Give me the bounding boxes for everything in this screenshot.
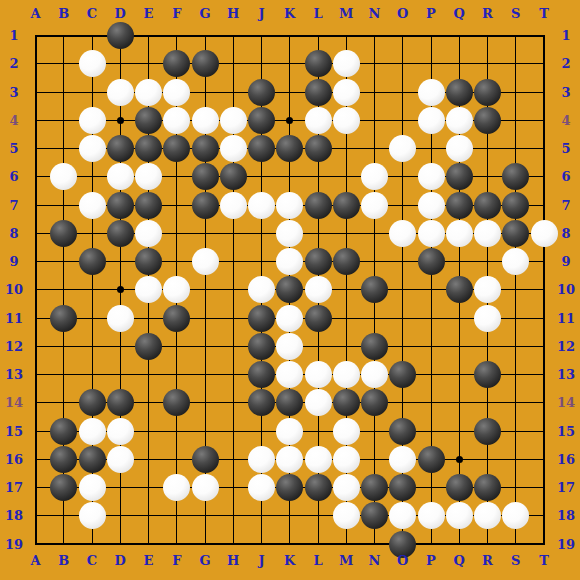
- coord-col-bottom-P: P: [421, 553, 441, 568]
- stone-white-K8[interactable]: [276, 220, 303, 247]
- coord-row-right-9: 9: [553, 254, 579, 269]
- hoshi-D10: [117, 286, 124, 293]
- stone-white-P18[interactable]: [418, 502, 445, 529]
- coord-col-top-H: H: [223, 6, 243, 21]
- stone-black-H6[interactable]: [220, 163, 247, 190]
- coord-col-bottom-C: C: [82, 553, 102, 568]
- stone-black-P16[interactable]: [418, 446, 445, 473]
- stone-white-P4[interactable]: [418, 107, 445, 134]
- stone-white-K12[interactable]: [276, 333, 303, 360]
- stone-black-Q7[interactable]: [446, 192, 473, 219]
- stone-white-F17[interactable]: [163, 474, 190, 501]
- coord-col-bottom-D: D: [110, 553, 130, 568]
- stone-black-B11[interactable]: [50, 305, 77, 332]
- coord-col-top-L: L: [308, 6, 328, 21]
- coord-row-right-2: 2: [553, 56, 579, 71]
- stone-black-B16[interactable]: [50, 446, 77, 473]
- stone-white-D16[interactable]: [107, 446, 134, 473]
- hoshi-K4: [286, 117, 293, 124]
- coord-row-left-19: 19: [1, 537, 27, 552]
- stone-black-R4[interactable]: [474, 107, 501, 134]
- stone-black-G7[interactable]: [192, 192, 219, 219]
- coord-row-right-19: 19: [553, 537, 579, 552]
- coord-row-right-7: 7: [553, 198, 579, 213]
- stone-black-L2[interactable]: [305, 50, 332, 77]
- stone-white-J10[interactable]: [248, 276, 275, 303]
- coord-col-top-G: G: [195, 6, 215, 21]
- stone-white-D15[interactable]: [107, 418, 134, 445]
- stone-white-M3[interactable]: [333, 79, 360, 106]
- stone-black-J12[interactable]: [248, 333, 275, 360]
- coord-row-right-6: 6: [553, 169, 579, 184]
- stone-white-R18[interactable]: [474, 502, 501, 529]
- coord-col-bottom-Q: Q: [449, 553, 469, 568]
- stone-white-L4[interactable]: [305, 107, 332, 134]
- coord-col-top-C: C: [82, 6, 102, 21]
- stone-black-G16[interactable]: [192, 446, 219, 473]
- coord-row-right-3: 3: [553, 85, 579, 100]
- coord-col-top-N: N: [365, 6, 385, 21]
- hoshi-D4: [117, 117, 124, 124]
- stone-black-O13[interactable]: [389, 361, 416, 388]
- stone-black-C14[interactable]: [79, 389, 106, 416]
- coord-col-top-B: B: [54, 6, 74, 21]
- coord-row-left-8: 8: [1, 226, 27, 241]
- coord-row-left-13: 13: [1, 367, 27, 382]
- stone-black-L7[interactable]: [305, 192, 332, 219]
- stone-black-J5[interactable]: [248, 135, 275, 162]
- stone-black-N17[interactable]: [361, 474, 388, 501]
- stone-black-K5[interactable]: [276, 135, 303, 162]
- stone-black-L11[interactable]: [305, 305, 332, 332]
- stone-white-Q5[interactable]: [446, 135, 473, 162]
- grid-horizontal-line: [35, 543, 546, 545]
- stone-white-R8[interactable]: [474, 220, 501, 247]
- stone-white-C17[interactable]: [79, 474, 106, 501]
- stone-black-P9[interactable]: [418, 248, 445, 275]
- coord-col-top-F: F: [167, 6, 187, 21]
- coord-row-left-15: 15: [1, 424, 27, 439]
- stone-white-K15[interactable]: [276, 418, 303, 445]
- stone-white-E6[interactable]: [135, 163, 162, 190]
- stone-white-G17[interactable]: [192, 474, 219, 501]
- coord-row-left-4: 4: [1, 113, 27, 128]
- grid-vertical-line: [515, 35, 516, 546]
- stone-black-R17[interactable]: [474, 474, 501, 501]
- grid-vertical-line: [543, 35, 545, 546]
- stone-black-L3[interactable]: [305, 79, 332, 106]
- stone-black-F5[interactable]: [163, 135, 190, 162]
- stone-white-N6[interactable]: [361, 163, 388, 190]
- stone-black-N10[interactable]: [361, 276, 388, 303]
- stone-black-Q6[interactable]: [446, 163, 473, 190]
- stone-white-C15[interactable]: [79, 418, 106, 445]
- stone-black-J13[interactable]: [248, 361, 275, 388]
- coord-row-right-13: 13: [553, 367, 579, 382]
- stone-white-P8[interactable]: [418, 220, 445, 247]
- stone-white-P6[interactable]: [418, 163, 445, 190]
- coord-row-right-14: 14: [553, 395, 579, 410]
- stone-black-L9[interactable]: [305, 248, 332, 275]
- stone-black-K14[interactable]: [276, 389, 303, 416]
- stone-white-E3[interactable]: [135, 79, 162, 106]
- stone-white-O5[interactable]: [389, 135, 416, 162]
- stone-white-Q18[interactable]: [446, 502, 473, 529]
- stone-black-B17[interactable]: [50, 474, 77, 501]
- stone-black-Q17[interactable]: [446, 474, 473, 501]
- stone-black-C16[interactable]: [79, 446, 106, 473]
- coord-row-left-6: 6: [1, 169, 27, 184]
- stone-white-L16[interactable]: [305, 446, 332, 473]
- coord-row-left-3: 3: [1, 85, 27, 100]
- stone-white-D3[interactable]: [107, 79, 134, 106]
- stone-white-N13[interactable]: [361, 361, 388, 388]
- stone-white-G4[interactable]: [192, 107, 219, 134]
- coord-row-left-7: 7: [1, 198, 27, 213]
- stone-white-J17[interactable]: [248, 474, 275, 501]
- coord-row-left-14: 14: [1, 395, 27, 410]
- stone-white-C18[interactable]: [79, 502, 106, 529]
- stone-black-L5[interactable]: [305, 135, 332, 162]
- stone-black-L17[interactable]: [305, 474, 332, 501]
- coord-row-right-17: 17: [553, 480, 579, 495]
- stone-black-N14[interactable]: [361, 389, 388, 416]
- coord-col-bottom-R: R: [478, 553, 498, 568]
- stone-black-J4[interactable]: [248, 107, 275, 134]
- stone-black-E9[interactable]: [135, 248, 162, 275]
- stone-white-C5[interactable]: [79, 135, 106, 162]
- coord-col-top-T: T: [534, 6, 554, 21]
- coord-col-top-Q: Q: [449, 6, 469, 21]
- stone-black-K17[interactable]: [276, 474, 303, 501]
- stone-black-J3[interactable]: [248, 79, 275, 106]
- stone-black-E7[interactable]: [135, 192, 162, 219]
- stone-white-M13[interactable]: [333, 361, 360, 388]
- stone-black-S6[interactable]: [502, 163, 529, 190]
- coord-row-right-18: 18: [553, 508, 579, 523]
- coord-row-right-10: 10: [553, 282, 579, 297]
- coord-row-right-16: 16: [553, 452, 579, 467]
- stone-white-M17[interactable]: [333, 474, 360, 501]
- stone-black-E5[interactable]: [135, 135, 162, 162]
- stone-black-E4[interactable]: [135, 107, 162, 134]
- stone-white-M15[interactable]: [333, 418, 360, 445]
- coord-col-bottom-M: M: [336, 553, 356, 568]
- stone-white-K9[interactable]: [276, 248, 303, 275]
- coord-row-left-16: 16: [1, 452, 27, 467]
- stone-black-B15[interactable]: [50, 418, 77, 445]
- stone-white-Q8[interactable]: [446, 220, 473, 247]
- stone-white-P7[interactable]: [418, 192, 445, 219]
- stone-white-K16[interactable]: [276, 446, 303, 473]
- stone-white-C2[interactable]: [79, 50, 106, 77]
- coord-row-right-15: 15: [553, 424, 579, 439]
- stone-black-N12[interactable]: [361, 333, 388, 360]
- coord-col-bottom-H: H: [223, 553, 243, 568]
- stone-white-O18[interactable]: [389, 502, 416, 529]
- stone-black-B8[interactable]: [50, 220, 77, 247]
- stone-black-F2[interactable]: [163, 50, 190, 77]
- stone-white-D6[interactable]: [107, 163, 134, 190]
- stone-black-N18[interactable]: [361, 502, 388, 529]
- coord-col-top-E: E: [139, 6, 159, 21]
- coord-col-bottom-L: L: [308, 553, 328, 568]
- stone-black-F14[interactable]: [163, 389, 190, 416]
- coord-col-top-S: S: [506, 6, 526, 21]
- stone-white-M4[interactable]: [333, 107, 360, 134]
- stone-white-C4[interactable]: [79, 107, 106, 134]
- stone-white-S18[interactable]: [502, 502, 529, 529]
- coord-col-bottom-N: N: [365, 553, 385, 568]
- stone-black-D5[interactable]: [107, 135, 134, 162]
- coord-col-top-P: P: [421, 6, 441, 21]
- stone-black-G5[interactable]: [192, 135, 219, 162]
- coord-col-bottom-F: F: [167, 553, 187, 568]
- stone-black-O15[interactable]: [389, 418, 416, 445]
- coord-col-bottom-O: O: [393, 553, 413, 568]
- stone-black-C9[interactable]: [79, 248, 106, 275]
- stone-black-R3[interactable]: [474, 79, 501, 106]
- stone-black-M9[interactable]: [333, 248, 360, 275]
- coord-col-top-M: M: [336, 6, 356, 21]
- stone-black-D1[interactable]: [107, 22, 134, 49]
- stone-white-M16[interactable]: [333, 446, 360, 473]
- stone-white-C7[interactable]: [79, 192, 106, 219]
- stone-black-G6[interactable]: [192, 163, 219, 190]
- stone-black-D7[interactable]: [107, 192, 134, 219]
- stone-white-L10[interactable]: [305, 276, 332, 303]
- stone-white-B6[interactable]: [50, 163, 77, 190]
- coord-col-bottom-G: G: [195, 553, 215, 568]
- stone-white-F4[interactable]: [163, 107, 190, 134]
- stone-white-K7[interactable]: [276, 192, 303, 219]
- stone-black-Q3[interactable]: [446, 79, 473, 106]
- stone-black-Q10[interactable]: [446, 276, 473, 303]
- stone-black-R15[interactable]: [474, 418, 501, 445]
- stone-black-S7[interactable]: [502, 192, 529, 219]
- coord-row-right-11: 11: [553, 311, 579, 326]
- stone-white-E10[interactable]: [135, 276, 162, 303]
- coord-row-left-17: 17: [1, 480, 27, 495]
- coord-row-left-10: 10: [1, 282, 27, 297]
- stone-white-R11[interactable]: [474, 305, 501, 332]
- stone-black-E12[interactable]: [135, 333, 162, 360]
- stone-white-L14[interactable]: [305, 389, 332, 416]
- coord-col-bottom-E: E: [139, 553, 159, 568]
- stone-black-R13[interactable]: [474, 361, 501, 388]
- stone-white-N7[interactable]: [361, 192, 388, 219]
- coord-col-top-O: O: [393, 6, 413, 21]
- stone-white-F10[interactable]: [163, 276, 190, 303]
- stone-white-G9[interactable]: [192, 248, 219, 275]
- stone-black-M7[interactable]: [333, 192, 360, 219]
- stone-white-M2[interactable]: [333, 50, 360, 77]
- stone-white-H4[interactable]: [220, 107, 247, 134]
- coord-col-bottom-J: J: [252, 553, 272, 568]
- hoshi-Q16: [456, 456, 463, 463]
- coord-col-bottom-A: A: [26, 553, 46, 568]
- coord-row-left-12: 12: [1, 339, 27, 354]
- stone-black-M14[interactable]: [333, 389, 360, 416]
- coord-row-right-4: 4: [553, 113, 579, 128]
- stone-white-D11[interactable]: [107, 305, 134, 332]
- coord-col-bottom-K: K: [280, 553, 300, 568]
- coord-row-left-5: 5: [1, 141, 27, 156]
- stone-white-S9[interactable]: [502, 248, 529, 275]
- coord-col-bottom-B: B: [54, 553, 74, 568]
- stone-black-O17[interactable]: [389, 474, 416, 501]
- stone-black-D8[interactable]: [107, 220, 134, 247]
- stone-white-K11[interactable]: [276, 305, 303, 332]
- coord-row-left-11: 11: [1, 311, 27, 326]
- stone-black-G2[interactable]: [192, 50, 219, 77]
- coord-col-top-R: R: [478, 6, 498, 21]
- stone-white-H7[interactable]: [220, 192, 247, 219]
- coord-col-bottom-T: T: [534, 553, 554, 568]
- stone-black-D14[interactable]: [107, 389, 134, 416]
- coord-col-top-K: K: [280, 6, 300, 21]
- stone-white-R10[interactable]: [474, 276, 501, 303]
- coord-row-left-1: 1: [1, 28, 27, 43]
- stone-black-K10[interactable]: [276, 276, 303, 303]
- stone-black-R7[interactable]: [474, 192, 501, 219]
- stone-black-J14[interactable]: [248, 389, 275, 416]
- stone-white-H5[interactable]: [220, 135, 247, 162]
- stone-black-F11[interactable]: [163, 305, 190, 332]
- stone-white-Q4[interactable]: [446, 107, 473, 134]
- coord-row-right-5: 5: [553, 141, 579, 156]
- coord-row-right-12: 12: [553, 339, 579, 354]
- coord-row-left-18: 18: [1, 508, 27, 523]
- stone-white-M18[interactable]: [333, 502, 360, 529]
- coord-row-right-1: 1: [553, 28, 579, 43]
- coord-row-right-8: 8: [553, 226, 579, 241]
- stone-white-J7[interactable]: [248, 192, 275, 219]
- stone-white-J16[interactable]: [248, 446, 275, 473]
- stone-white-O8[interactable]: [389, 220, 416, 247]
- coord-col-bottom-S: S: [506, 553, 526, 568]
- coord-row-left-9: 9: [1, 254, 27, 269]
- stone-white-E8[interactable]: [135, 220, 162, 247]
- coord-col-top-D: D: [110, 6, 130, 21]
- coord-col-top-A: A: [26, 6, 46, 21]
- stone-white-F3[interactable]: [163, 79, 190, 106]
- stone-white-P3[interactable]: [418, 79, 445, 106]
- stone-black-J11[interactable]: [248, 305, 275, 332]
- stone-black-S8[interactable]: [502, 220, 529, 247]
- stone-white-K13[interactable]: [276, 361, 303, 388]
- go-board[interactable]: AABBCCDDEEFFGGHHJJKKLLMMNNOOPPQQRRSSTT11…: [0, 0, 580, 580]
- coord-row-left-2: 2: [1, 56, 27, 71]
- coord-col-top-J: J: [252, 6, 272, 21]
- stone-white-L13[interactable]: [305, 361, 332, 388]
- stone-white-O16[interactable]: [389, 446, 416, 473]
